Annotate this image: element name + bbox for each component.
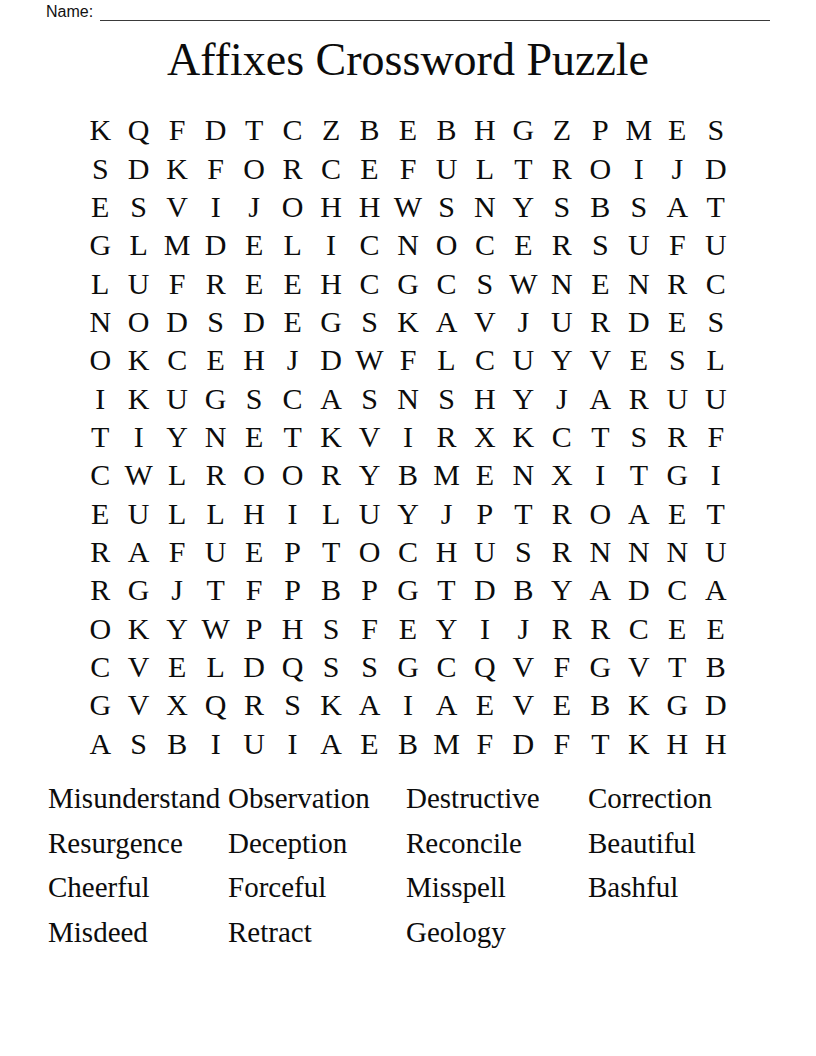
grid-cell-r3c13: S (543, 188, 581, 226)
grid-cell-r3c3: V (158, 188, 196, 226)
grid-cell-r12c14: N (581, 533, 619, 571)
grid-cell-r14c12: J (504, 610, 542, 648)
grid-cell-r1c13: Z (543, 111, 581, 149)
grid-cell-r2c12: T (504, 149, 542, 187)
grid-cell-r3c15: S (620, 188, 658, 226)
grid-cell-r9c16: R (658, 418, 696, 456)
grid-cell-r12c2: A (119, 533, 157, 571)
grid-cell-r12c1: R (81, 533, 119, 571)
grid-cell-r2c15: I (620, 149, 658, 187)
grid-cell-r11c13: R (543, 495, 581, 533)
grid-cell-r12c16: N (658, 533, 696, 571)
grid-cell-r16c17: D (697, 686, 735, 724)
grid-cell-r2c1: S (81, 149, 119, 187)
grid-cell-r7c5: H (235, 341, 273, 379)
grid-cell-r8c13: J (543, 379, 581, 417)
grid-cell-r2c11: L (466, 149, 504, 187)
grid-cell-r12c12: S (504, 533, 542, 571)
grid-cell-r14c7: S (312, 610, 350, 648)
grid-cell-r8c6: C (273, 379, 311, 417)
grid-cell-r2c8: E (350, 149, 388, 187)
grid-cell-r9c3: Y (158, 418, 196, 456)
grid-cell-r1c17: S (697, 111, 735, 149)
word-list-item: Misdeed (48, 910, 228, 955)
grid-cell-r15c1: C (81, 648, 119, 686)
grid-cell-r2c17: D (697, 149, 735, 187)
grid-cell-r2c9: F (389, 149, 427, 187)
page-title: Affixes Crossword Puzzle (0, 34, 816, 86)
grid-cell-r16c8: A (350, 686, 388, 724)
grid-cell-r15c5: D (235, 648, 273, 686)
grid-cell-r6c6: E (273, 303, 311, 341)
grid-cell-r4c9: N (389, 226, 427, 264)
grid-cell-r17c12: D (504, 725, 542, 763)
grid-cell-r16c13: E (543, 686, 581, 724)
grid-cell-r11c2: U (119, 495, 157, 533)
grid-cell-r15c2: V (119, 648, 157, 686)
grid-cell-r10c16: G (658, 456, 696, 494)
grid-cell-r5c17: C (697, 264, 735, 302)
grid-cell-r10c12: N (504, 456, 542, 494)
grid-cell-r2c7: C (312, 149, 350, 187)
grid-cell-r11c11: P (466, 495, 504, 533)
grid-cell-r16c7: K (312, 686, 350, 724)
grid-cell-r4c13: R (543, 226, 581, 264)
grid-cell-r14c15: C (620, 610, 658, 648)
grid-cell-r10c8: Y (350, 456, 388, 494)
grid-cell-r10c11: E (466, 456, 504, 494)
grid-cell-r15c9: G (389, 648, 427, 686)
grid-cell-r14c8: F (350, 610, 388, 648)
grid-cell-r13c9: G (389, 571, 427, 609)
grid-cell-r17c1: A (81, 725, 119, 763)
word-list-spacer (588, 910, 778, 955)
word-list-item: Misspell (406, 865, 588, 910)
grid-cell-r14c16: E (658, 610, 696, 648)
grid-cell-r9c5: E (235, 418, 273, 456)
grid-cell-r17c9: B (389, 725, 427, 763)
grid-cell-r16c15: K (620, 686, 658, 724)
grid-cell-r6c5: D (235, 303, 273, 341)
grid-cell-r4c5: E (235, 226, 273, 264)
grid-cell-r1c16: E (658, 111, 696, 149)
grid-cell-r15c13: F (543, 648, 581, 686)
grid-cell-r1c6: C (273, 111, 311, 149)
grid-cell-r16c3: X (158, 686, 196, 724)
grid-cell-r7c4: E (196, 341, 234, 379)
grid-cell-r7c3: C (158, 341, 196, 379)
word-list-item: Destructive (406, 776, 588, 821)
grid-cell-r8c9: N (389, 379, 427, 417)
grid-cell-r10c3: L (158, 456, 196, 494)
grid-cell-r7c7: D (312, 341, 350, 379)
grid-cell-r9c17: F (697, 418, 735, 456)
grid-cell-r12c7: T (312, 533, 350, 571)
grid-cell-r2c14: O (581, 149, 619, 187)
grid-cell-r9c14: T (581, 418, 619, 456)
grid-cell-r12c13: R (543, 533, 581, 571)
grid-cell-r5c15: N (620, 264, 658, 302)
grid-cell-r5c12: W (504, 264, 542, 302)
word-list-item: Beautiful (588, 821, 778, 866)
grid-cell-r15c12: V (504, 648, 542, 686)
grid-cell-r4c6: L (273, 226, 311, 264)
grid-cell-r8c1: I (81, 379, 119, 417)
name-label: Name: (46, 3, 93, 21)
grid-cell-r16c4: Q (196, 686, 234, 724)
grid-cell-r13c7: B (312, 571, 350, 609)
grid-cell-r10c15: T (620, 456, 658, 494)
word-list-item: Bashful (588, 865, 778, 910)
grid-cell-r10c17: I (697, 456, 735, 494)
grid-cell-r12c15: N (620, 533, 658, 571)
grid-cell-r1c5: T (235, 111, 273, 149)
grid-cell-r4c12: E (504, 226, 542, 264)
grid-cell-r6c11: V (466, 303, 504, 341)
grid-cell-r13c13: Y (543, 571, 581, 609)
grid-cell-r7c9: F (389, 341, 427, 379)
grid-cell-r2c5: O (235, 149, 273, 187)
grid-cell-r13c10: T (427, 571, 465, 609)
grid-cell-r15c7: S (312, 648, 350, 686)
grid-cell-r14c1: O (81, 610, 119, 648)
grid-cell-r4c16: F (658, 226, 696, 264)
grid-cell-r9c8: V (350, 418, 388, 456)
word-list-item: Misunderstand (48, 776, 228, 821)
grid-cell-r17c11: F (466, 725, 504, 763)
grid-cell-r14c10: Y (427, 610, 465, 648)
grid-cell-r10c2: W (119, 456, 157, 494)
grid-cell-r10c9: B (389, 456, 427, 494)
grid-cell-r1c12: G (504, 111, 542, 149)
grid-cell-r16c10: A (427, 686, 465, 724)
grid-cell-r7c1: O (81, 341, 119, 379)
grid-cell-r6c14: R (581, 303, 619, 341)
grid-cell-r16c2: V (119, 686, 157, 724)
grid-cell-r16c12: V (504, 686, 542, 724)
grid-cell-r17c2: S (119, 725, 157, 763)
grid-cell-r4c2: L (119, 226, 157, 264)
grid-cell-r17c13: F (543, 725, 581, 763)
grid-cell-r5c16: R (658, 264, 696, 302)
grid-cell-r1c11: H (466, 111, 504, 149)
grid-cell-r13c16: C (658, 571, 696, 609)
grid-cell-r9c2: I (119, 418, 157, 456)
grid-cell-r1c1: K (81, 111, 119, 149)
grid-cell-r17c16: H (658, 725, 696, 763)
grid-cell-r15c14: G (581, 648, 619, 686)
grid-cell-r10c14: I (581, 456, 619, 494)
grid-cell-r17c6: I (273, 725, 311, 763)
grid-cell-r11c3: L (158, 495, 196, 533)
grid-cell-r5c14: E (581, 264, 619, 302)
grid-cell-r8c10: S (427, 379, 465, 417)
grid-cell-r6c10: A (427, 303, 465, 341)
grid-cell-r14c4: W (196, 610, 234, 648)
grid-cell-r2c3: K (158, 149, 196, 187)
grid-cell-r1c4: D (196, 111, 234, 149)
grid-cell-r3c1: E (81, 188, 119, 226)
grid-cell-r5c5: E (235, 264, 273, 302)
grid-cell-r2c2: D (119, 149, 157, 187)
grid-cell-r9c15: S (620, 418, 658, 456)
grid-cell-r3c5: J (235, 188, 273, 226)
grid-cell-r5c2: U (119, 264, 157, 302)
grid-cell-r17c5: U (235, 725, 273, 763)
grid-cell-r14c6: H (273, 610, 311, 648)
grid-cell-r11c5: H (235, 495, 273, 533)
grid-cell-r8c7: A (312, 379, 350, 417)
grid-cell-r2c10: U (427, 149, 465, 187)
grid-cell-r10c5: O (235, 456, 273, 494)
grid-cell-r6c1: N (81, 303, 119, 341)
grid-cell-r14c3: Y (158, 610, 196, 648)
grid-cell-r12c5: E (235, 533, 273, 571)
grid-cell-r4c8: C (350, 226, 388, 264)
grid-cell-r11c1: E (81, 495, 119, 533)
grid-cell-r9c10: R (427, 418, 465, 456)
grid-cell-r7c2: K (119, 341, 157, 379)
grid-cell-r15c3: E (158, 648, 196, 686)
grid-cell-r2c6: R (273, 149, 311, 187)
grid-cell-r9c11: X (466, 418, 504, 456)
grid-cell-r4c7: I (312, 226, 350, 264)
grid-cell-r11c9: Y (389, 495, 427, 533)
grid-cell-r16c5: R (235, 686, 273, 724)
grid-cell-r3c7: H (312, 188, 350, 226)
grid-cell-r2c16: J (658, 149, 696, 187)
grid-cell-r14c5: P (235, 610, 273, 648)
grid-cell-r8c11: H (466, 379, 504, 417)
grid-cell-r7c6: J (273, 341, 311, 379)
grid-cell-r15c8: S (350, 648, 388, 686)
grid-cell-r11c17: T (697, 495, 735, 533)
grid-cell-r10c10: M (427, 456, 465, 494)
grid-cell-r6c4: S (196, 303, 234, 341)
grid-cell-r12c17: U (697, 533, 735, 571)
grid-cell-r15c4: L (196, 648, 234, 686)
grid-cell-r14c13: R (543, 610, 581, 648)
grid-cell-r17c10: M (427, 725, 465, 763)
word-list-item: Retract (228, 910, 406, 955)
grid-cell-r4c15: U (620, 226, 658, 264)
grid-cell-r9c7: K (312, 418, 350, 456)
grid-cell-r1c15: M (620, 111, 658, 149)
grid-cell-r16c14: B (581, 686, 619, 724)
grid-cell-r8c17: U (697, 379, 735, 417)
grid-cell-r13c5: F (235, 571, 273, 609)
grid-cell-r17c8: E (350, 725, 388, 763)
grid-cell-r9c12: K (504, 418, 542, 456)
grid-cell-r2c13: R (543, 149, 581, 187)
grid-cell-r5c1: L (81, 264, 119, 302)
word-list-item: Reconcile (406, 821, 588, 866)
grid-cell-r11c6: I (273, 495, 311, 533)
grid-cell-r9c13: C (543, 418, 581, 456)
grid-cell-r17c4: I (196, 725, 234, 763)
letter-grid: KQFDTCZBEBHGZPMESSDKFORCEFULTROIJDESVIJO… (81, 111, 735, 763)
grid-cell-r16c9: I (389, 686, 427, 724)
grid-cell-r12c6: P (273, 533, 311, 571)
grid-cell-r10c13: X (543, 456, 581, 494)
grid-cell-r12c8: O (350, 533, 388, 571)
grid-cell-r6c13: U (543, 303, 581, 341)
grid-cell-r8c15: R (620, 379, 658, 417)
grid-cell-r13c8: P (350, 571, 388, 609)
grid-cell-r12c11: U (466, 533, 504, 571)
grid-cell-r1c9: E (389, 111, 427, 149)
grid-cell-r3c10: S (427, 188, 465, 226)
grid-cell-r11c8: U (350, 495, 388, 533)
grid-cell-r7c16: S (658, 341, 696, 379)
grid-cell-r7c13: Y (543, 341, 581, 379)
grid-cell-r5c6: E (273, 264, 311, 302)
grid-cell-r13c12: B (504, 571, 542, 609)
grid-cell-r15c16: T (658, 648, 696, 686)
grid-cell-r3c9: W (389, 188, 427, 226)
grid-cell-r8c12: Y (504, 379, 542, 417)
grid-cell-r4c11: C (466, 226, 504, 264)
grid-cell-r10c7: R (312, 456, 350, 494)
word-list: MisunderstandObservationDestructiveCorre… (48, 776, 778, 955)
grid-cell-r16c1: G (81, 686, 119, 724)
grid-cell-r3c16: A (658, 188, 696, 226)
grid-cell-r3c2: S (119, 188, 157, 226)
worksheet-page: Name: Affixes Crossword Puzzle KQFDTCZBE… (0, 0, 816, 1056)
word-list-item: Cheerful (48, 865, 228, 910)
name-input-line[interactable] (100, 5, 770, 21)
word-list-item: Forceful (228, 865, 406, 910)
grid-cell-r6c12: J (504, 303, 542, 341)
grid-cell-r12c4: U (196, 533, 234, 571)
grid-cell-r13c11: D (466, 571, 504, 609)
grid-cell-r9c4: N (196, 418, 234, 456)
grid-cell-r10c6: O (273, 456, 311, 494)
grid-cell-r12c3: F (158, 533, 196, 571)
grid-cell-r6c3: D (158, 303, 196, 341)
grid-cell-r11c16: E (658, 495, 696, 533)
grid-cell-r6c8: S (350, 303, 388, 341)
grid-cell-r13c4: T (196, 571, 234, 609)
grid-cell-r6c2: O (119, 303, 157, 341)
grid-cell-r13c3: J (158, 571, 196, 609)
grid-cell-r6c15: D (620, 303, 658, 341)
grid-cell-r3c8: H (350, 188, 388, 226)
grid-cell-r5c4: R (196, 264, 234, 302)
grid-cell-r12c9: C (389, 533, 427, 571)
grid-cell-r1c7: Z (312, 111, 350, 149)
grid-cell-r14c17: E (697, 610, 735, 648)
grid-cell-r17c15: K (620, 725, 658, 763)
grid-cell-r8c14: A (581, 379, 619, 417)
grid-cell-r14c11: I (466, 610, 504, 648)
grid-cell-r5c9: G (389, 264, 427, 302)
word-list-item: Resurgence (48, 821, 228, 866)
grid-cell-r3c11: N (466, 188, 504, 226)
grid-cell-r7c8: W (350, 341, 388, 379)
grid-cell-r17c17: H (697, 725, 735, 763)
word-list-item: Geology (406, 910, 588, 955)
grid-cell-r15c6: Q (273, 648, 311, 686)
grid-cell-r8c16: U (658, 379, 696, 417)
grid-cell-r12c10: H (427, 533, 465, 571)
grid-cell-r1c10: B (427, 111, 465, 149)
grid-cell-r7c11: C (466, 341, 504, 379)
grid-cell-r7c12: U (504, 341, 542, 379)
grid-cell-r11c10: J (427, 495, 465, 533)
grid-cell-r4c10: O (427, 226, 465, 264)
grid-cell-r13c14: A (581, 571, 619, 609)
grid-cell-r11c4: L (196, 495, 234, 533)
grid-cell-r17c7: A (312, 725, 350, 763)
grid-cell-r9c6: T (273, 418, 311, 456)
grid-cell-r4c3: M (158, 226, 196, 264)
grid-cell-r15c15: V (620, 648, 658, 686)
grid-cell-r10c4: R (196, 456, 234, 494)
grid-cell-r11c14: O (581, 495, 619, 533)
grid-cell-r1c3: F (158, 111, 196, 149)
grid-cell-r8c2: K (119, 379, 157, 417)
grid-cell-r3c6: O (273, 188, 311, 226)
name-row: Name: (46, 3, 770, 21)
grid-cell-r1c14: P (581, 111, 619, 149)
grid-cell-r17c3: B (158, 725, 196, 763)
grid-cell-r4c1: G (81, 226, 119, 264)
grid-cell-r5c10: C (427, 264, 465, 302)
grid-cell-r16c11: E (466, 686, 504, 724)
grid-cell-r3c12: Y (504, 188, 542, 226)
grid-cell-r6c16: E (658, 303, 696, 341)
grid-cell-r11c15: A (620, 495, 658, 533)
grid-cell-r5c7: H (312, 264, 350, 302)
grid-cell-r5c11: S (466, 264, 504, 302)
grid-cell-r11c12: T (504, 495, 542, 533)
grid-cell-r17c14: T (581, 725, 619, 763)
grid-cell-r4c4: D (196, 226, 234, 264)
grid-cell-r6c9: K (389, 303, 427, 341)
grid-cell-r16c16: G (658, 686, 696, 724)
grid-cell-r8c5: S (235, 379, 273, 417)
grid-cell-r13c6: P (273, 571, 311, 609)
grid-cell-r14c14: R (581, 610, 619, 648)
grid-cell-r7c15: E (620, 341, 658, 379)
grid-cell-r15c11: Q (466, 648, 504, 686)
word-list-item: Correction (588, 776, 778, 821)
grid-cell-r13c17: A (697, 571, 735, 609)
grid-cell-r8c4: G (196, 379, 234, 417)
grid-cell-r3c14: B (581, 188, 619, 226)
grid-cell-r4c14: S (581, 226, 619, 264)
grid-cell-r3c4: I (196, 188, 234, 226)
grid-cell-r15c10: C (427, 648, 465, 686)
grid-cell-r3c17: T (697, 188, 735, 226)
grid-cell-r13c1: R (81, 571, 119, 609)
grid-cell-r16c6: S (273, 686, 311, 724)
word-list-item: Deception (228, 821, 406, 866)
grid-cell-r15c17: B (697, 648, 735, 686)
grid-cell-r4c17: U (697, 226, 735, 264)
grid-cell-r9c9: I (389, 418, 427, 456)
word-list-item: Observation (228, 776, 406, 821)
grid-cell-r1c8: B (350, 111, 388, 149)
grid-cell-r10c1: C (81, 456, 119, 494)
grid-cell-r7c17: L (697, 341, 735, 379)
grid-cell-r8c8: S (350, 379, 388, 417)
grid-cell-r5c13: N (543, 264, 581, 302)
grid-cell-r7c14: V (581, 341, 619, 379)
grid-cell-r1c2: Q (119, 111, 157, 149)
grid-cell-r13c15: D (620, 571, 658, 609)
